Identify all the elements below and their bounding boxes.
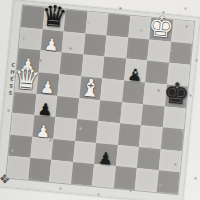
square-g4: [141, 104, 164, 128]
square-f8: [128, 16, 151, 40]
square-d4: [77, 98, 100, 122]
square-e3: [96, 121, 119, 145]
square-e4: [98, 100, 121, 124]
square-a3: [10, 113, 33, 137]
square-e6: [102, 57, 125, 81]
square-a1: [6, 156, 29, 180]
square-e8: [106, 14, 129, 38]
square-b8: ♛: [42, 7, 65, 31]
square-g8: ♚: [149, 18, 172, 42]
square-b4: ♟: [34, 94, 57, 118]
square-g5: [143, 82, 166, 106]
square-e5: [100, 78, 123, 102]
square-h8: [171, 20, 194, 44]
square-d3: [75, 119, 98, 143]
square-a5: ♛: [15, 70, 38, 94]
square-c2: [51, 139, 74, 163]
square-g1: [135, 168, 158, 192]
square-f4: [120, 102, 143, 126]
square-h1: [156, 170, 179, 194]
square-f7: [126, 37, 149, 61]
square-a4: [13, 91, 36, 115]
square-h5: ♚: [164, 84, 187, 108]
square-f3: [117, 123, 140, 147]
square-f1: [113, 166, 136, 190]
square-d5: ♝: [79, 76, 102, 100]
square-a6: ♟: [17, 48, 40, 72]
square-h6: [167, 63, 190, 87]
square-b1: [28, 158, 51, 182]
square-d6: [81, 55, 104, 79]
photo-noise-speckles: [0, 0, 1, 1]
chessboard-photo: CHESS ❖ ♛♚♟♟♟♛♟♝♚♟♟♟: [0, 0, 200, 200]
square-f6: ♟: [124, 59, 147, 83]
square-h2: [158, 149, 181, 173]
square-f5: [122, 80, 145, 104]
square-a7: [19, 27, 42, 51]
square-d2: [73, 141, 96, 165]
square-g7: [147, 39, 170, 63]
board-grid: ♛♚♟♟♟♛♟♝♚♟♟♟: [6, 5, 194, 194]
square-b5: ♟: [36, 72, 59, 96]
chess-board: CHESS ❖ ♛♚♟♟♟♛♟♝♚♟♟♟: [0, 0, 200, 200]
square-c6: [60, 53, 83, 77]
square-c1: [49, 160, 72, 184]
square-h4: [162, 106, 185, 130]
square-a2: [8, 135, 31, 159]
square-g3: [139, 125, 162, 149]
square-e2: ♟: [94, 143, 117, 167]
square-b6: [38, 50, 61, 74]
square-d1: [71, 162, 94, 186]
square-c3: [53, 117, 76, 141]
square-g6: [145, 61, 168, 85]
square-c7: [62, 31, 85, 55]
square-c5: [57, 74, 80, 98]
square-e1: [92, 164, 115, 188]
square-b3: ♟: [32, 115, 55, 139]
square-h3: [160, 127, 183, 151]
square-a8: [21, 5, 44, 29]
square-c8: [64, 9, 87, 33]
square-c4: [55, 96, 78, 120]
square-d8: [85, 12, 108, 36]
square-f2: [115, 145, 138, 169]
square-e7: [104, 35, 127, 59]
square-d7: [83, 33, 106, 57]
square-g2: [137, 147, 160, 171]
square-b7: ♟: [40, 29, 63, 53]
square-b2: [30, 137, 53, 161]
square-h7: [169, 41, 192, 65]
